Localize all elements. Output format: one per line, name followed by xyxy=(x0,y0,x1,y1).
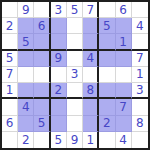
cell-r1c6[interactable]: 7 xyxy=(83,2,99,18)
cell-r3c9[interactable] xyxy=(132,34,148,50)
cell-r5c1[interactable]: 7 xyxy=(2,67,18,83)
cell-r9c6[interactable]: 1 xyxy=(83,132,99,148)
cell-r5c4[interactable] xyxy=(51,67,67,83)
given-digit: 1 xyxy=(6,84,14,96)
cell-r4c7[interactable] xyxy=(99,51,115,67)
given-digit: 1 xyxy=(119,36,127,48)
cell-r3c3[interactable] xyxy=(34,34,50,50)
cell-r7c6[interactable] xyxy=(83,99,99,115)
cell-r1c4[interactable]: 3 xyxy=(51,2,67,18)
cell-r5c2[interactable] xyxy=(18,67,34,83)
cell-r4c2[interactable] xyxy=(18,51,34,67)
given-digit: 3 xyxy=(136,84,144,96)
given-digit: 6 xyxy=(6,117,14,129)
given-digit: 5 xyxy=(103,20,111,32)
given-digit: 4 xyxy=(22,101,30,113)
cell-r7c5[interactable] xyxy=(67,99,83,115)
cell-r5c8[interactable] xyxy=(116,67,132,83)
cell-r4c9[interactable]: 7 xyxy=(132,51,148,67)
given-digit: 5 xyxy=(38,117,46,129)
cell-r7c2[interactable]: 4 xyxy=(18,99,34,115)
cell-r4c4[interactable]: 9 xyxy=(51,51,67,67)
given-digit: 9 xyxy=(71,134,79,146)
cell-r8c6[interactable] xyxy=(83,116,99,132)
sudoku-board: 935762654515947731128347652825914 xyxy=(0,0,150,150)
given-digit: 7 xyxy=(6,68,14,80)
given-digit: 1 xyxy=(86,134,94,146)
cell-r6c1[interactable]: 1 xyxy=(2,83,18,99)
cell-r5c3[interactable] xyxy=(34,67,50,83)
cell-r6c6[interactable]: 8 xyxy=(83,83,99,99)
given-digit: 6 xyxy=(38,20,46,32)
cell-r6c2[interactable] xyxy=(18,83,34,99)
cell-r4c3[interactable] xyxy=(34,51,50,67)
cell-r8c7[interactable]: 2 xyxy=(99,116,115,132)
cell-r2c1[interactable]: 2 xyxy=(2,18,18,34)
cell-r9c7[interactable] xyxy=(99,132,115,148)
cell-r6c9[interactable]: 3 xyxy=(132,83,148,99)
cell-r9c1[interactable] xyxy=(2,132,18,148)
given-digit: 4 xyxy=(119,134,127,146)
cell-r4c5[interactable] xyxy=(67,51,83,67)
cell-r8c4[interactable] xyxy=(51,116,67,132)
cell-r2c5[interactable] xyxy=(67,18,83,34)
given-digit: 3 xyxy=(71,68,79,80)
given-digit: 6 xyxy=(119,4,127,16)
cell-r7c1[interactable] xyxy=(2,99,18,115)
cell-r2c3[interactable]: 6 xyxy=(34,18,50,34)
cell-r7c8[interactable]: 7 xyxy=(116,99,132,115)
given-digit: 8 xyxy=(86,84,94,96)
cell-r9c3[interactable] xyxy=(34,132,50,148)
cell-r5c5[interactable]: 3 xyxy=(67,67,83,83)
given-digit: 2 xyxy=(6,20,14,32)
cell-r8c3[interactable]: 5 xyxy=(34,116,50,132)
cell-r2c4[interactable] xyxy=(51,18,67,34)
cell-r3c4[interactable] xyxy=(51,34,67,50)
given-digit: 4 xyxy=(86,52,94,64)
given-digit: 8 xyxy=(136,117,144,129)
given-digit: 2 xyxy=(103,117,111,129)
cell-r7c9[interactable] xyxy=(132,99,148,115)
cell-r3c5[interactable] xyxy=(67,34,83,50)
cell-r5c9[interactable]: 1 xyxy=(132,67,148,83)
cell-r8c8[interactable] xyxy=(116,116,132,132)
cell-r7c4[interactable] xyxy=(51,99,67,115)
cell-r4c8[interactable] xyxy=(116,51,132,67)
cell-r8c9[interactable]: 8 xyxy=(132,116,148,132)
cell-r3c6[interactable] xyxy=(83,34,99,50)
cell-r1c7[interactable] xyxy=(99,2,115,18)
cell-r8c1[interactable]: 6 xyxy=(2,116,18,132)
cell-r6c4[interactable]: 2 xyxy=(51,83,67,99)
given-digit: 5 xyxy=(54,134,62,146)
cell-r3c2[interactable]: 5 xyxy=(18,34,34,50)
given-digit: 5 xyxy=(22,36,30,48)
cell-r6c8[interactable] xyxy=(116,83,132,99)
cell-r1c2[interactable]: 9 xyxy=(18,2,34,18)
cell-r1c9[interactable] xyxy=(132,2,148,18)
given-digit: 7 xyxy=(136,52,144,64)
cell-r3c1[interactable] xyxy=(2,34,18,50)
cell-r1c1[interactable] xyxy=(2,2,18,18)
given-digit: 9 xyxy=(22,4,30,16)
cell-r6c7[interactable] xyxy=(99,83,115,99)
given-digit: 1 xyxy=(136,68,144,80)
cell-r8c2[interactable] xyxy=(18,116,34,132)
cell-r2c6[interactable] xyxy=(83,18,99,34)
given-digit: 4 xyxy=(136,20,144,32)
cell-r9c2[interactable]: 2 xyxy=(18,132,34,148)
given-digit: 3 xyxy=(54,4,62,16)
cell-r6c5[interactable] xyxy=(67,83,83,99)
cell-r4c1[interactable]: 5 xyxy=(2,51,18,67)
cell-r8c5[interactable] xyxy=(67,116,83,132)
given-digit: 5 xyxy=(6,52,14,64)
cell-r4c6[interactable]: 4 xyxy=(83,51,99,67)
cell-r9c5[interactable]: 9 xyxy=(67,132,83,148)
cell-r3c7[interactable] xyxy=(99,34,115,50)
given-digit: 2 xyxy=(22,134,30,146)
cell-r5c6[interactable] xyxy=(83,67,99,83)
given-digit: 2 xyxy=(54,84,62,96)
cell-r2c9[interactable]: 4 xyxy=(132,18,148,34)
cell-r1c8[interactable]: 6 xyxy=(116,2,132,18)
cell-r1c3[interactable] xyxy=(34,2,50,18)
given-digit: 5 xyxy=(71,4,79,16)
cell-r3c8[interactable]: 1 xyxy=(116,34,132,50)
cell-r2c7[interactable]: 5 xyxy=(99,18,115,34)
given-digit: 9 xyxy=(54,52,62,64)
cell-r6c3[interactable] xyxy=(34,83,50,99)
cell-r1c5[interactable]: 5 xyxy=(67,2,83,18)
cell-r2c8[interactable] xyxy=(116,18,132,34)
given-digit: 7 xyxy=(119,101,127,113)
given-digit: 7 xyxy=(86,4,94,16)
cell-r9c8[interactable]: 4 xyxy=(116,132,132,148)
cell-r2c2[interactable] xyxy=(18,18,34,34)
cell-r5c7[interactable] xyxy=(99,67,115,83)
cell-r9c4[interactable]: 5 xyxy=(51,132,67,148)
cell-r7c7[interactable] xyxy=(99,99,115,115)
cell-r7c3[interactable] xyxy=(34,99,50,115)
cell-r9c9[interactable] xyxy=(132,132,148,148)
